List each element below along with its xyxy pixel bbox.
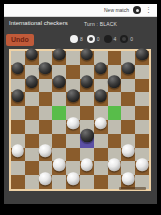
turn-indicator: Turn : BLACK	[84, 21, 117, 27]
board-square[interactable]	[39, 148, 53, 162]
white-man-piece[interactable]	[94, 117, 107, 130]
board-square[interactable]	[80, 79, 94, 93]
board-square	[80, 175, 94, 189]
board-frame	[9, 49, 151, 191]
white-man-piece[interactable]	[122, 145, 135, 158]
undo-button[interactable]: Undo	[6, 34, 34, 46]
black-man-piece[interactable]	[53, 76, 66, 89]
black-man-piece[interactable]	[81, 76, 94, 89]
black-man-piece[interactable]	[94, 62, 107, 75]
white-king-count: 0	[97, 36, 100, 42]
black-man-piece[interactable]	[108, 76, 121, 89]
black-king-icon	[120, 35, 128, 43]
board-square	[108, 92, 122, 106]
board-square	[25, 148, 39, 162]
browser-toolbar: New match ⋮	[4, 4, 157, 17]
watermark	[119, 187, 146, 190]
controls-row: Undo 8 0 4 0	[4, 31, 157, 50]
board-square[interactable]	[121, 65, 135, 79]
black-man-count: 4	[114, 36, 117, 42]
board-square[interactable]	[66, 65, 80, 79]
black-man-piece[interactable]	[53, 48, 66, 61]
black-man-piece[interactable]	[39, 62, 52, 75]
board-square[interactable]	[39, 92, 53, 106]
board-square[interactable]	[94, 92, 108, 106]
white-man-piece[interactable]	[39, 145, 52, 158]
board-square[interactable]	[11, 148, 25, 162]
white-king-icon	[87, 35, 95, 43]
board-square[interactable]	[66, 120, 80, 134]
board-square	[25, 175, 39, 189]
black-man-piece[interactable]	[25, 48, 38, 61]
board-square[interactable]	[108, 134, 122, 148]
board-square[interactable]	[135, 51, 149, 65]
white-man-count: 8	[80, 36, 83, 42]
header-bar: International checkers Turn : BLACK	[4, 17, 157, 31]
black-man-piece[interactable]	[67, 90, 80, 103]
white-king-counter: 0	[87, 35, 100, 43]
board-square	[135, 120, 149, 134]
board-square[interactable]	[52, 106, 66, 120]
board-square[interactable]	[121, 92, 135, 106]
board-square[interactable]	[94, 175, 108, 189]
board-square	[94, 161, 108, 175]
black-man-piece[interactable]	[122, 62, 135, 75]
white-man-piece[interactable]	[136, 159, 149, 172]
black-man-piece[interactable]	[136, 48, 149, 61]
board-square[interactable]	[11, 120, 25, 134]
board-square[interactable]	[39, 175, 53, 189]
page-title: International checkers	[9, 20, 68, 26]
board-square[interactable]	[52, 51, 66, 65]
white-man-icon	[70, 35, 78, 43]
board-square[interactable]	[25, 79, 39, 93]
board-square[interactable]	[66, 92, 80, 106]
board-square	[121, 79, 135, 93]
black-man-piece[interactable]	[94, 90, 107, 103]
board-square[interactable]	[108, 51, 122, 65]
board-square[interactable]	[108, 106, 122, 120]
board-square[interactable]	[135, 134, 149, 148]
board-square	[66, 134, 80, 148]
board-square[interactable]	[94, 148, 108, 162]
capture-counters: 8 0 4 0	[70, 35, 133, 43]
new-match-button[interactable]: New match	[104, 7, 129, 13]
board-square[interactable]	[66, 175, 80, 189]
board-square[interactable]	[52, 161, 66, 175]
black-man-piece[interactable]	[81, 48, 94, 61]
black-man-counter: 4	[104, 35, 117, 43]
board-square[interactable]	[94, 65, 108, 79]
board-square[interactable]	[25, 134, 39, 148]
board-square	[39, 106, 53, 120]
board-square[interactable]	[135, 106, 149, 120]
dark-circle-icon[interactable]	[133, 6, 141, 14]
board-square	[108, 120, 122, 134]
black-king-count: 0	[130, 36, 133, 42]
board-square[interactable]	[80, 161, 94, 175]
board-square[interactable]	[25, 51, 39, 65]
black-man-piece[interactable]	[25, 76, 38, 89]
white-man-piece[interactable]	[67, 117, 80, 130]
white-man-piece[interactable]	[39, 172, 52, 185]
board-square[interactable]	[39, 65, 53, 79]
board-square[interactable]	[121, 120, 135, 134]
board-square[interactable]	[135, 79, 149, 93]
black-man-piece[interactable]	[12, 62, 25, 75]
board-square	[94, 134, 108, 148]
board-square	[135, 65, 149, 79]
board-square	[121, 106, 135, 120]
white-man-piece[interactable]	[12, 145, 25, 158]
board-square[interactable]	[11, 65, 25, 79]
board-square	[52, 120, 66, 134]
board-square	[25, 120, 39, 134]
board-square[interactable]	[11, 92, 25, 106]
black-man-icon	[104, 35, 112, 43]
board-square	[11, 161, 25, 175]
board-square	[80, 92, 94, 106]
board-square[interactable]	[80, 106, 94, 120]
board-square[interactable]	[108, 79, 122, 93]
white-man-piece[interactable]	[122, 172, 135, 185]
board-square[interactable]	[25, 106, 39, 120]
board-square[interactable]	[80, 134, 94, 148]
board-square[interactable]	[52, 134, 66, 148]
board-square[interactable]	[80, 51, 94, 65]
board	[11, 51, 149, 189]
white-man-piece[interactable]	[67, 172, 80, 185]
board-square[interactable]	[121, 148, 135, 162]
black-king-counter: 0	[120, 35, 133, 43]
black-man-piece[interactable]	[80, 128, 93, 141]
board-square[interactable]	[108, 161, 122, 175]
board-square[interactable]	[25, 161, 39, 175]
board-square	[11, 106, 25, 120]
white-man-piece[interactable]	[53, 159, 66, 172]
kebab-menu-icon[interactable]: ⋮	[145, 6, 152, 14]
board-square[interactable]	[94, 120, 108, 134]
board-square	[135, 92, 149, 106]
board-square[interactable]	[135, 161, 149, 175]
board-square	[25, 92, 39, 106]
board-square[interactable]	[39, 120, 53, 134]
board-square	[66, 51, 80, 65]
black-man-piece[interactable]	[12, 90, 25, 103]
board-square[interactable]	[11, 175, 25, 189]
board-square[interactable]	[66, 148, 80, 162]
app-window: New match ⋮ International checkers Turn …	[4, 4, 157, 204]
board-square[interactable]	[52, 79, 66, 93]
white-man-counter: 8	[70, 35, 83, 43]
white-man-piece[interactable]	[81, 159, 94, 172]
board-square	[39, 79, 53, 93]
board-square	[52, 92, 66, 106]
white-man-piece[interactable]	[108, 159, 121, 172]
board-square	[52, 175, 66, 189]
